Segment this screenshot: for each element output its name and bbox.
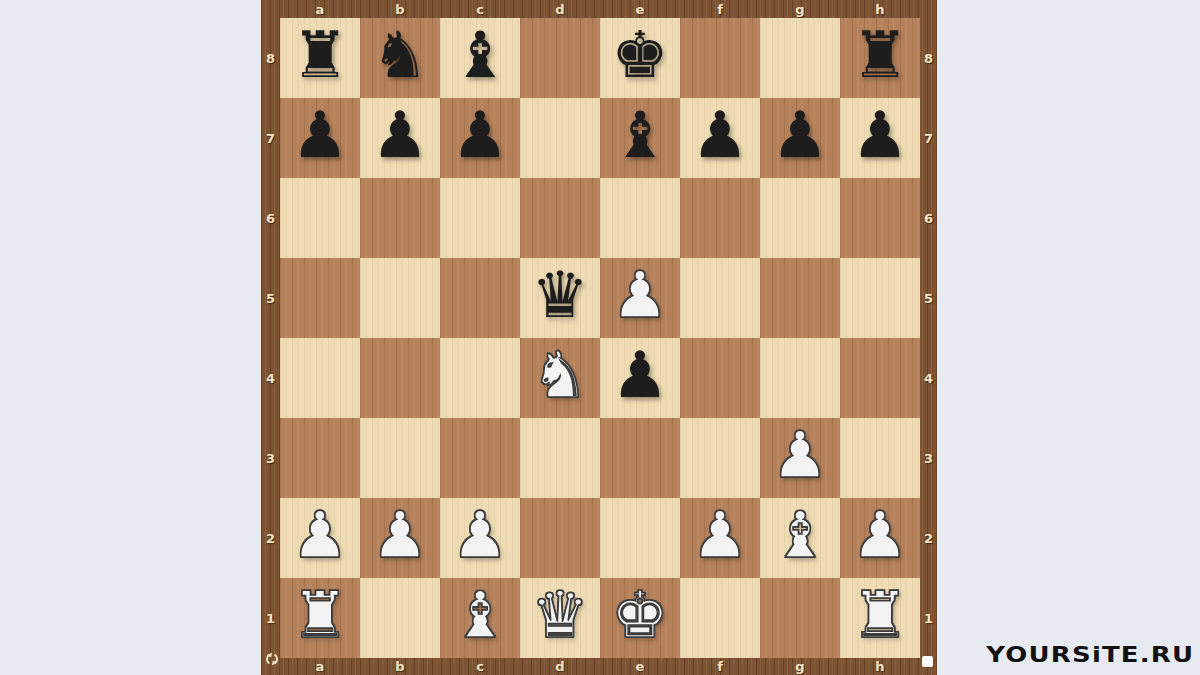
square-c4[interactable] [440, 338, 520, 418]
file-label-top-a: a [280, 0, 360, 18]
white-knight-piece[interactable]: ♞ [531, 343, 588, 407]
square-a7[interactable]: ♟ [280, 98, 360, 178]
rank-label-right-3: 3 [920, 418, 937, 498]
black-queen-piece[interactable]: ♛ [531, 263, 588, 327]
black-rook-piece[interactable]: ♜ [291, 23, 348, 87]
square-a6[interactable] [280, 178, 360, 258]
black-pawn-piece[interactable]: ♟ [371, 103, 428, 167]
square-h5[interactable] [840, 258, 920, 338]
white-to-move-indicator [922, 656, 933, 667]
rank-label-left-5: 5 [261, 258, 280, 338]
file-label-bottom-d: d [520, 658, 600, 675]
file-label-top-e: e [600, 0, 680, 18]
square-b6[interactable] [360, 178, 440, 258]
square-d6[interactable] [520, 178, 600, 258]
square-g8[interactable] [760, 18, 840, 98]
square-d4[interactable]: ♞ [520, 338, 600, 418]
white-king-piece[interactable]: ♚ [611, 583, 668, 647]
square-h1[interactable]: ♜ [840, 578, 920, 658]
rank-label-left-2: 2 [261, 498, 280, 578]
black-king-piece[interactable]: ♚ [611, 23, 668, 87]
rank-label-left-3: 3 [261, 418, 280, 498]
square-d2[interactable] [520, 498, 600, 578]
white-pawn-piece[interactable]: ♟ [611, 263, 668, 327]
square-a5[interactable] [280, 258, 360, 338]
black-rook-piece[interactable]: ♜ [851, 23, 908, 87]
square-d8[interactable] [520, 18, 600, 98]
square-h2[interactable]: ♟ [840, 498, 920, 578]
square-e5[interactable]: ♟ [600, 258, 680, 338]
rank-label-left-4: 4 [261, 338, 280, 418]
square-b3[interactable] [360, 418, 440, 498]
square-b7[interactable]: ♟ [360, 98, 440, 178]
square-c5[interactable] [440, 258, 520, 338]
file-label-top-b: b [360, 0, 440, 18]
rank-label-left-8: 8 [261, 18, 280, 98]
square-e4[interactable]: ♟ [600, 338, 680, 418]
white-pawn-piece[interactable]: ♟ [371, 503, 428, 567]
square-h3[interactable] [840, 418, 920, 498]
square-f6[interactable] [680, 178, 760, 258]
site-watermark: YOURSiTE.RU [986, 642, 1194, 667]
square-h6[interactable] [840, 178, 920, 258]
rank-label-right-8: 8 [920, 18, 937, 98]
black-pawn-piece[interactable]: ♟ [691, 103, 748, 167]
square-g3[interactable]: ♟ [760, 418, 840, 498]
square-e7[interactable]: ♝ [600, 98, 680, 178]
file-label-bottom-c: c [440, 658, 520, 675]
file-label-bottom-g: g [760, 658, 840, 675]
white-rook-piece[interactable]: ♜ [291, 583, 348, 647]
white-rook-piece[interactable]: ♜ [851, 583, 908, 647]
square-a4[interactable] [280, 338, 360, 418]
square-g2[interactable]: ♝ [760, 498, 840, 578]
file-label-top-d: d [520, 0, 600, 18]
white-pawn-piece[interactable]: ♟ [451, 503, 508, 567]
file-label-bottom-b: b [360, 658, 440, 675]
square-c3[interactable] [440, 418, 520, 498]
black-pawn-piece[interactable]: ♟ [451, 103, 508, 167]
rank-label-right-5: 5 [920, 258, 937, 338]
file-label-bottom-a: a [280, 658, 360, 675]
square-f7[interactable]: ♟ [680, 98, 760, 178]
rank-label-right-4: 4 [920, 338, 937, 418]
white-bishop-piece[interactable]: ♝ [451, 583, 508, 647]
rank-label-left-6: 6 [261, 178, 280, 258]
black-bishop-piece[interactable]: ♝ [451, 23, 508, 87]
square-c6[interactable] [440, 178, 520, 258]
square-f1[interactable] [680, 578, 760, 658]
square-e6[interactable] [600, 178, 680, 258]
rank-label-right-6: 6 [920, 178, 937, 258]
file-label-bottom-f: f [680, 658, 760, 675]
chess-board[interactable]: ♜♞♝♚♜♟♟♟♝♟♟♟♛♟♞♟♟♟♟♟♟♝♟♜♝♛♚♜ [280, 18, 920, 658]
black-pawn-piece[interactable]: ♟ [771, 103, 828, 167]
rank-label-left-1: 1 [261, 578, 280, 658]
rank-label-right-1: 1 [920, 578, 937, 658]
square-h4[interactable] [840, 338, 920, 418]
black-knight-piece[interactable]: ♞ [371, 23, 428, 87]
white-pawn-piece[interactable]: ♟ [291, 503, 348, 567]
square-e3[interactable] [600, 418, 680, 498]
black-bishop-piece[interactable]: ♝ [611, 103, 668, 167]
file-label-bottom-h: h [840, 658, 920, 675]
rank-label-right-2: 2 [920, 498, 937, 578]
square-c2[interactable]: ♟ [440, 498, 520, 578]
white-pawn-piece[interactable]: ♟ [851, 503, 908, 567]
flip-board-icon[interactable] [264, 651, 280, 667]
white-pawn-piece[interactable]: ♟ [771, 423, 828, 487]
square-h8[interactable]: ♜ [840, 18, 920, 98]
file-label-top-f: f [680, 0, 760, 18]
file-label-top-h: h [840, 0, 920, 18]
file-label-bottom-e: e [600, 658, 680, 675]
white-bishop-piece[interactable]: ♝ [771, 503, 828, 567]
file-labels-top: abcdefgh [280, 0, 920, 18]
square-h7[interactable]: ♟ [840, 98, 920, 178]
square-b5[interactable] [360, 258, 440, 338]
square-e1[interactable]: ♚ [600, 578, 680, 658]
square-f4[interactable] [680, 338, 760, 418]
square-a8[interactable]: ♜ [280, 18, 360, 98]
square-f2[interactable]: ♟ [680, 498, 760, 578]
square-c7[interactable]: ♟ [440, 98, 520, 178]
rank-labels-left: 87654321 [261, 18, 280, 658]
square-b1[interactable] [360, 578, 440, 658]
square-c1[interactable]: ♝ [440, 578, 520, 658]
square-g6[interactable] [760, 178, 840, 258]
square-f8[interactable] [680, 18, 760, 98]
square-a3[interactable] [280, 418, 360, 498]
square-f3[interactable] [680, 418, 760, 498]
chessboard-frame: abcdefgh 87654321 ♜♞♝♚♜♟♟♟♝♟♟♟♛♟♞♟♟♟♟♟♟♝… [261, 0, 937, 675]
file-label-top-c: c [440, 0, 520, 18]
square-d5[interactable]: ♛ [520, 258, 600, 338]
square-d7[interactable] [520, 98, 600, 178]
square-d1[interactable]: ♛ [520, 578, 600, 658]
black-pawn-piece[interactable]: ♟ [851, 103, 908, 167]
black-pawn-piece[interactable]: ♟ [611, 343, 668, 407]
square-e8[interactable]: ♚ [600, 18, 680, 98]
rank-label-right-7: 7 [920, 98, 937, 178]
rank-label-left-7: 7 [261, 98, 280, 178]
black-pawn-piece[interactable]: ♟ [291, 103, 348, 167]
rank-labels-right: 87654321 [920, 18, 937, 658]
square-b2[interactable]: ♟ [360, 498, 440, 578]
square-d3[interactable] [520, 418, 600, 498]
square-g4[interactable] [760, 338, 840, 418]
white-pawn-piece[interactable]: ♟ [691, 503, 748, 567]
square-g1[interactable] [760, 578, 840, 658]
square-g5[interactable] [760, 258, 840, 338]
square-g7[interactable]: ♟ [760, 98, 840, 178]
square-c8[interactable]: ♝ [440, 18, 520, 98]
file-label-top-g: g [760, 0, 840, 18]
square-e2[interactable] [600, 498, 680, 578]
white-queen-piece[interactable]: ♛ [531, 583, 588, 647]
square-a2[interactable]: ♟ [280, 498, 360, 578]
square-b4[interactable] [360, 338, 440, 418]
square-f5[interactable] [680, 258, 760, 338]
square-a1[interactable]: ♜ [280, 578, 360, 658]
square-b8[interactable]: ♞ [360, 18, 440, 98]
file-labels-bottom: abcdefgh [280, 658, 920, 675]
